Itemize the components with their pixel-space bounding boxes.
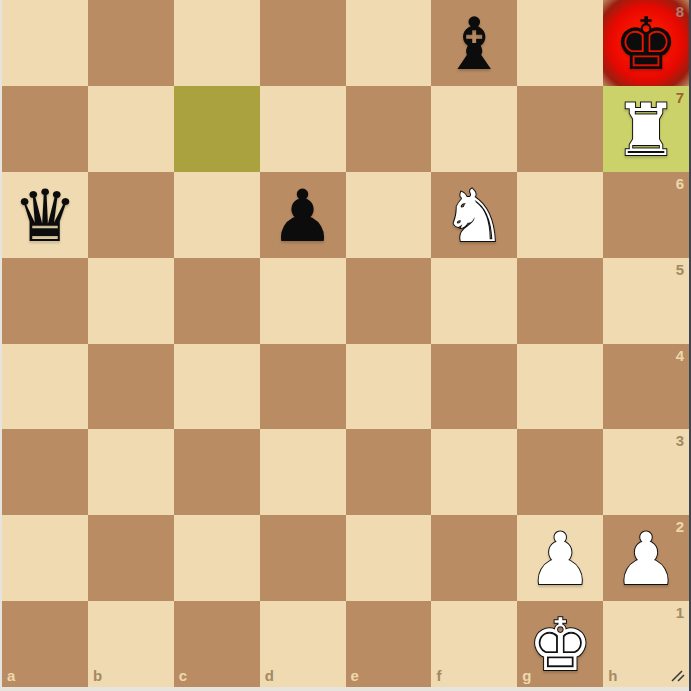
file-label-a: a — [7, 667, 15, 684]
square-c7[interactable] — [174, 86, 260, 172]
rank-label-1: 1 — [676, 604, 684, 621]
square-h8[interactable]: ♚8 — [603, 0, 689, 86]
square-c4[interactable] — [174, 344, 260, 430]
square-e2[interactable] — [346, 515, 432, 601]
square-d4[interactable] — [260, 344, 346, 430]
square-h4[interactable]: 4 — [603, 344, 689, 430]
square-d5[interactable] — [260, 258, 346, 344]
piece-black-bishop-f8[interactable]: ♝ — [431, 1, 517, 87]
square-b8[interactable] — [88, 0, 174, 86]
square-f4[interactable] — [431, 344, 517, 430]
square-c6[interactable] — [174, 172, 260, 258]
square-b4[interactable] — [88, 344, 174, 430]
square-d3[interactable] — [260, 429, 346, 515]
rank-label-6: 6 — [676, 175, 684, 192]
rank-label-2: 2 — [676, 518, 684, 535]
square-d6[interactable]: ♟ — [260, 172, 346, 258]
square-g6[interactable] — [517, 172, 603, 258]
square-a5[interactable] — [2, 258, 88, 344]
square-f2[interactable] — [431, 515, 517, 601]
square-f3[interactable] — [431, 429, 517, 515]
square-c5[interactable] — [174, 258, 260, 344]
square-c2[interactable] — [174, 515, 260, 601]
chess-board-page: ♝♚8♜7♛♟♞6543♟♟2abcdef♚g1h — [0, 0, 691, 691]
square-a2[interactable] — [2, 515, 88, 601]
square-a1[interactable]: a — [2, 601, 88, 687]
square-c8[interactable] — [174, 0, 260, 86]
piece-white-pawn-g2[interactable]: ♟ — [517, 516, 603, 602]
file-label-b: b — [93, 667, 102, 684]
file-label-c: c — [179, 667, 187, 684]
square-f1[interactable]: f — [431, 601, 517, 687]
square-e7[interactable] — [346, 86, 432, 172]
rank-label-4: 4 — [676, 347, 684, 364]
board[interactable]: ♝♚8♜7♛♟♞6543♟♟2abcdef♚g1h — [2, 0, 689, 687]
square-f5[interactable] — [431, 258, 517, 344]
square-g3[interactable] — [517, 429, 603, 515]
square-d8[interactable] — [260, 0, 346, 86]
square-f8[interactable]: ♝ — [431, 0, 517, 86]
square-b1[interactable]: b — [88, 601, 174, 687]
rank-label-5: 5 — [676, 261, 684, 278]
square-a3[interactable] — [2, 429, 88, 515]
resize-handle[interactable] — [669, 668, 686, 682]
square-a8[interactable] — [2, 0, 88, 86]
square-e6[interactable] — [346, 172, 432, 258]
square-g2[interactable]: ♟ — [517, 515, 603, 601]
piece-black-queen-a6[interactable]: ♛ — [2, 173, 88, 259]
square-d2[interactable] — [260, 515, 346, 601]
file-label-f: f — [436, 667, 441, 684]
square-g1[interactable]: ♚g — [517, 601, 603, 687]
file-label-e: e — [351, 667, 359, 684]
square-h6[interactable]: 6 — [603, 172, 689, 258]
square-h5[interactable]: 5 — [603, 258, 689, 344]
square-h3[interactable]: 3 — [603, 429, 689, 515]
square-a7[interactable] — [2, 86, 88, 172]
square-f7[interactable] — [431, 86, 517, 172]
square-h2[interactable]: ♟2 — [603, 515, 689, 601]
square-e1[interactable]: e — [346, 601, 432, 687]
rank-label-7: 7 — [676, 89, 684, 106]
square-b6[interactable] — [88, 172, 174, 258]
square-e8[interactable] — [346, 0, 432, 86]
square-g7[interactable] — [517, 86, 603, 172]
square-b7[interactable] — [88, 86, 174, 172]
square-b3[interactable] — [88, 429, 174, 515]
file-label-g: g — [522, 667, 531, 684]
piece-white-knight-f6[interactable]: ♞ — [431, 173, 517, 259]
rank-label-3: 3 — [676, 432, 684, 449]
file-label-h: h — [608, 667, 617, 684]
square-h7[interactable]: ♜7 — [603, 86, 689, 172]
square-d1[interactable]: d — [260, 601, 346, 687]
square-a6[interactable]: ♛ — [2, 172, 88, 258]
square-g4[interactable] — [517, 344, 603, 430]
square-g8[interactable] — [517, 0, 603, 86]
square-c3[interactable] — [174, 429, 260, 515]
square-g5[interactable] — [517, 258, 603, 344]
square-c1[interactable]: c — [174, 601, 260, 687]
square-e5[interactable] — [346, 258, 432, 344]
square-b5[interactable] — [88, 258, 174, 344]
square-e4[interactable] — [346, 344, 432, 430]
square-f6[interactable]: ♞ — [431, 172, 517, 258]
square-d7[interactable] — [260, 86, 346, 172]
resize-handle-icon — [669, 668, 686, 682]
square-a4[interactable] — [2, 344, 88, 430]
square-e3[interactable] — [346, 429, 432, 515]
piece-black-pawn-d6[interactable]: ♟ — [260, 173, 346, 259]
rank-label-8: 8 — [676, 3, 684, 20]
square-b2[interactable] — [88, 515, 174, 601]
file-label-d: d — [265, 667, 274, 684]
